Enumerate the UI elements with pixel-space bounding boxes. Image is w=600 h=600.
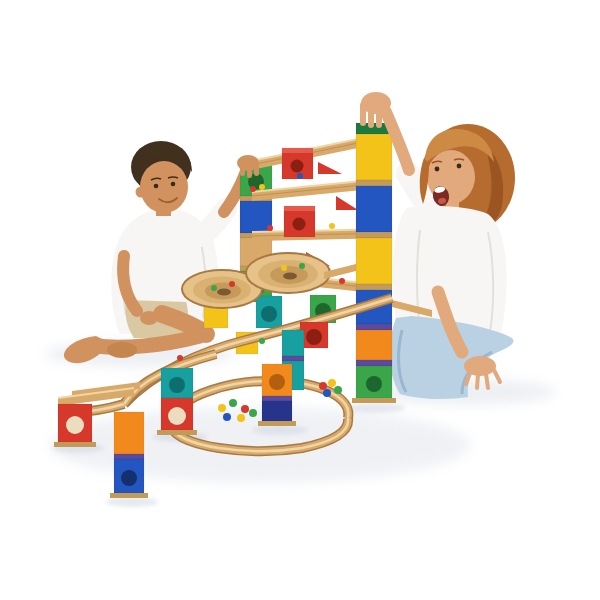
block-disc xyxy=(66,416,84,434)
marble xyxy=(329,223,335,229)
block xyxy=(262,401,292,421)
marble xyxy=(339,278,345,284)
marble xyxy=(177,355,183,361)
block xyxy=(282,330,304,356)
red-wedge xyxy=(318,162,342,174)
block-hole xyxy=(261,306,277,322)
marble xyxy=(250,186,256,192)
block xyxy=(356,284,392,290)
boy-foot-back xyxy=(107,342,137,358)
block-base xyxy=(258,421,296,426)
boy-eye-right xyxy=(171,182,176,187)
block xyxy=(356,360,392,366)
boy-eye-left xyxy=(154,184,159,189)
boy xyxy=(64,141,245,363)
marble xyxy=(259,338,265,344)
block-base xyxy=(352,398,396,403)
marble xyxy=(223,413,231,421)
block xyxy=(282,356,304,361)
block-disc xyxy=(168,407,186,425)
block xyxy=(356,134,392,180)
red-wedge xyxy=(336,196,358,210)
block-hole xyxy=(169,377,185,393)
boy-left-hand xyxy=(140,311,158,325)
marble xyxy=(249,409,257,417)
marble xyxy=(211,285,217,291)
girl-eye-right xyxy=(457,164,462,169)
marble xyxy=(218,404,226,412)
marble xyxy=(328,379,336,387)
block-hole xyxy=(306,329,322,345)
block xyxy=(262,396,292,401)
marble xyxy=(229,399,237,407)
marble xyxy=(297,173,303,179)
block xyxy=(356,324,392,330)
boy-hand-on-block xyxy=(237,155,259,178)
boy-ear xyxy=(136,187,147,198)
product-photo: Two children playing with a colorful woo… xyxy=(0,0,600,600)
block xyxy=(356,238,392,284)
block xyxy=(356,180,392,186)
marble xyxy=(323,389,331,397)
block xyxy=(114,412,144,454)
block xyxy=(356,186,392,232)
block-hole xyxy=(269,374,285,390)
marble xyxy=(229,281,235,287)
red-accelerator-cube-mid xyxy=(284,206,315,237)
block-base xyxy=(157,430,197,435)
block-hole xyxy=(366,376,382,392)
block-hole xyxy=(121,470,137,486)
marble xyxy=(334,386,342,394)
block xyxy=(114,454,144,459)
marble xyxy=(237,414,245,422)
block-base xyxy=(110,493,148,498)
girl-eye-left xyxy=(435,167,440,172)
spiral-funnel-right xyxy=(246,253,330,293)
marble xyxy=(281,265,287,271)
marble xyxy=(319,382,327,390)
scene-illustration xyxy=(0,0,600,600)
boy-face xyxy=(140,161,188,213)
marble xyxy=(267,225,273,231)
marble xyxy=(299,263,305,269)
block xyxy=(356,330,392,360)
right-block-tower xyxy=(352,123,396,403)
marble xyxy=(241,405,249,413)
marble xyxy=(259,184,265,190)
block-base xyxy=(54,442,96,447)
block xyxy=(356,232,392,238)
